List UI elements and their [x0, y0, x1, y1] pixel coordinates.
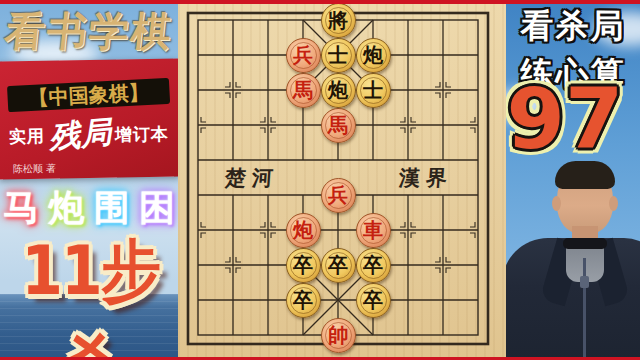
- piece-black-soldier[interactable]: 卒: [321, 248, 356, 283]
- piece-character: 兵: [328, 185, 348, 205]
- right-panel: 看杀局 练心算 97: [506, 0, 640, 360]
- piece-character: 卒: [328, 255, 348, 275]
- jacket-zipper: [583, 258, 586, 358]
- piece-red-general[interactable]: 帥: [321, 318, 356, 353]
- piece-character: 帥: [328, 325, 348, 345]
- book-title-main: 残局: [47, 112, 112, 159]
- top-red-border: [0, 0, 640, 4]
- kill-count-label: 11步杀: [0, 224, 178, 360]
- xiangqi-board: 楚河 漢界 將兵士炮馬炮士馬兵炮車卒卒卒卒卒帥: [178, 4, 506, 357]
- channel-title: 看书学棋: [0, 4, 178, 58]
- book-series-banner: 【中国象棋】: [7, 78, 170, 112]
- book-title: 实用 残局 增订本: [0, 112, 178, 157]
- zipper-pull: [580, 276, 589, 288]
- piece-character: 炮: [328, 80, 348, 100]
- left-panel: 看书学棋 【中国象棋】 实用 残局 增订本 陈松顺 著 马炮围困 11步杀: [0, 0, 178, 360]
- piece-black-advisor[interactable]: 士: [356, 73, 391, 108]
- piece-red-horse[interactable]: 馬: [286, 73, 321, 108]
- presenter-ear: [609, 196, 618, 211]
- piece-black-soldier[interactable]: 卒: [286, 248, 321, 283]
- piece-black-soldier[interactable]: 卒: [286, 283, 321, 318]
- piece-character: 炮: [293, 220, 313, 240]
- piece-character: 士: [363, 80, 383, 100]
- piece-character: 將: [328, 10, 348, 30]
- shirt-collar: [563, 238, 607, 249]
- piece-black-cannon[interactable]: 炮: [356, 38, 391, 73]
- piece-red-soldier[interactable]: 兵: [286, 38, 321, 73]
- piece-character: 馬: [328, 115, 348, 135]
- piece-red-chariot[interactable]: 車: [356, 213, 391, 248]
- piece-black-soldier[interactable]: 卒: [356, 283, 391, 318]
- piece-black-advisor[interactable]: 士: [321, 38, 356, 73]
- piece-character: 炮: [363, 45, 383, 65]
- video-thumbnail: 看书学棋 【中国象棋】 实用 残局 增订本 陈松顺 著 马炮围困 11步杀 楚河…: [0, 0, 640, 360]
- piece-character: 卒: [363, 255, 383, 275]
- piece-character: 車: [363, 220, 383, 240]
- piece-red-horse[interactable]: 馬: [321, 108, 356, 143]
- presenter: [506, 0, 640, 360]
- book-author: 陈松顺 著: [13, 159, 178, 176]
- piece-character: 馬: [293, 80, 313, 100]
- piece-black-cannon[interactable]: 炮: [321, 73, 356, 108]
- piece-character: 卒: [363, 290, 383, 310]
- piece-red-soldier[interactable]: 兵: [321, 178, 356, 213]
- piece-grid: 將兵士炮馬炮士馬兵炮車卒卒卒卒卒帥: [181, 3, 496, 353]
- book-cover: 【中国象棋】 实用 残局 增订本 陈松顺 著: [0, 58, 178, 179]
- book-title-prefix: 实用: [9, 124, 45, 148]
- piece-character: 卒: [293, 255, 313, 275]
- piece-red-cannon[interactable]: 炮: [286, 213, 321, 248]
- piece-black-general[interactable]: 將: [321, 3, 356, 38]
- presenter-hair: [555, 161, 615, 189]
- piece-character: 士: [328, 45, 348, 65]
- book-title-suffix: 增订本: [115, 122, 169, 146]
- piece-character: 卒: [293, 290, 313, 310]
- piece-character: 兵: [293, 45, 313, 65]
- piece-black-soldier[interactable]: 卒: [356, 248, 391, 283]
- presenter-ear: [552, 196, 561, 211]
